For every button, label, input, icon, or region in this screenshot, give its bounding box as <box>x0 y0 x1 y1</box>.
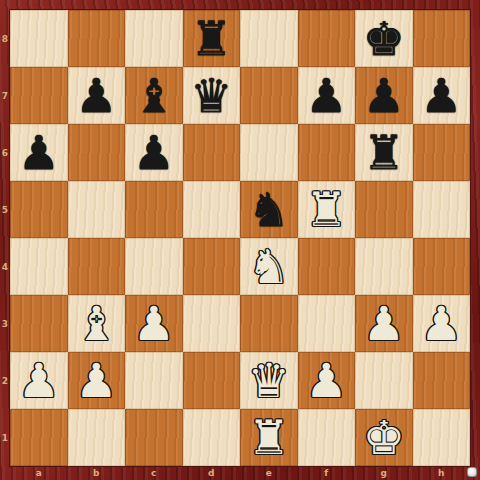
square-h4[interactable] <box>413 238 471 295</box>
piece-white-pawn-h3[interactable]: ♟ <box>413 295 471 352</box>
square-b1[interactable] <box>68 409 126 466</box>
square-g1[interactable]: ♚ <box>355 409 413 466</box>
square-h2[interactable] <box>413 352 471 409</box>
piece-white-rook-f5[interactable]: ♜ <box>298 181 356 238</box>
square-d7[interactable]: ♛ <box>183 67 241 124</box>
square-f4[interactable] <box>298 238 356 295</box>
square-b7[interactable]: ♟ <box>68 67 126 124</box>
file-label-d: d <box>183 466 241 480</box>
square-h8[interactable] <box>413 10 471 67</box>
piece-white-pawn-c3[interactable]: ♟ <box>125 295 183 352</box>
square-c2[interactable] <box>125 352 183 409</box>
piece-white-pawn-a2[interactable]: ♟ <box>10 352 68 409</box>
square-e6[interactable] <box>240 124 298 181</box>
piece-black-rook-d8[interactable]: ♜ <box>183 10 241 67</box>
piece-white-rook-e1[interactable]: ♜ <box>240 409 298 466</box>
piece-black-pawn-g7[interactable]: ♟ <box>355 67 413 124</box>
file-label-g: g <box>355 466 413 480</box>
file-label-a: a <box>10 466 68 480</box>
file-label-h: h <box>413 466 471 480</box>
square-c3[interactable]: ♟ <box>125 295 183 352</box>
square-a4[interactable] <box>10 238 68 295</box>
piece-white-pawn-b2[interactable]: ♟ <box>68 352 126 409</box>
square-e8[interactable] <box>240 10 298 67</box>
white-to-move-indicator <box>467 467 477 477</box>
square-h7[interactable]: ♟ <box>413 67 471 124</box>
square-c6[interactable]: ♟ <box>125 124 183 181</box>
square-f6[interactable] <box>298 124 356 181</box>
square-f1[interactable] <box>298 409 356 466</box>
piece-white-king-g1[interactable]: ♚ <box>355 409 413 466</box>
square-f7[interactable]: ♟ <box>298 67 356 124</box>
rank-label-8: 8 <box>0 10 10 67</box>
rank-label-4: 4 <box>0 238 10 295</box>
piece-black-pawn-a6[interactable]: ♟ <box>10 124 68 181</box>
square-c1[interactable] <box>125 409 183 466</box>
square-a3[interactable] <box>10 295 68 352</box>
square-a7[interactable] <box>10 67 68 124</box>
piece-white-pawn-g3[interactable]: ♟ <box>355 295 413 352</box>
square-d8[interactable]: ♜ <box>183 10 241 67</box>
square-a5[interactable] <box>10 181 68 238</box>
piece-black-queen-d7[interactable]: ♛ <box>183 67 241 124</box>
rank-labels: 87654321 <box>0 10 10 466</box>
file-labels: abcdefgh <box>10 466 470 480</box>
square-d3[interactable] <box>183 295 241 352</box>
square-g4[interactable] <box>355 238 413 295</box>
square-e2[interactable]: ♛ <box>240 352 298 409</box>
square-a6[interactable]: ♟ <box>10 124 68 181</box>
square-f2[interactable]: ♟ <box>298 352 356 409</box>
square-h3[interactable]: ♟ <box>413 295 471 352</box>
square-d6[interactable] <box>183 124 241 181</box>
square-d1[interactable] <box>183 409 241 466</box>
square-c5[interactable] <box>125 181 183 238</box>
square-d5[interactable] <box>183 181 241 238</box>
square-h6[interactable] <box>413 124 471 181</box>
square-a1[interactable] <box>10 409 68 466</box>
rank-label-5: 5 <box>0 181 10 238</box>
piece-black-pawn-h7[interactable]: ♟ <box>413 67 471 124</box>
square-g5[interactable] <box>355 181 413 238</box>
square-f3[interactable] <box>298 295 356 352</box>
piece-black-knight-e5[interactable]: ♞ <box>240 181 298 238</box>
piece-black-pawn-b7[interactable]: ♟ <box>68 67 126 124</box>
square-d2[interactable] <box>183 352 241 409</box>
piece-black-pawn-f7[interactable]: ♟ <box>298 67 356 124</box>
piece-white-queen-e2[interactable]: ♛ <box>240 352 298 409</box>
piece-black-bishop-c7[interactable]: ♝ <box>125 67 183 124</box>
chess-board-frame: 87654321 abcdefgh ♜♚♟♝♛♟♟♟♟♟♜♞♜♞♝♟♟♟♟♟♛♟… <box>0 0 480 480</box>
rank-label-7: 7 <box>0 67 10 124</box>
file-label-c: c <box>125 466 183 480</box>
square-c8[interactable] <box>125 10 183 67</box>
square-g3[interactable]: ♟ <box>355 295 413 352</box>
file-label-f: f <box>298 466 356 480</box>
square-c4[interactable] <box>125 238 183 295</box>
square-e1[interactable]: ♜ <box>240 409 298 466</box>
square-b3[interactable]: ♝ <box>68 295 126 352</box>
square-f8[interactable] <box>298 10 356 67</box>
square-d4[interactable] <box>183 238 241 295</box>
square-e4[interactable]: ♞ <box>240 238 298 295</box>
piece-black-rook-g6[interactable]: ♜ <box>355 124 413 181</box>
square-b8[interactable] <box>68 10 126 67</box>
square-e3[interactable] <box>240 295 298 352</box>
rank-label-2: 2 <box>0 352 10 409</box>
piece-black-king-g8[interactable]: ♚ <box>355 10 413 67</box>
square-h5[interactable] <box>413 181 471 238</box>
piece-black-pawn-c6[interactable]: ♟ <box>125 124 183 181</box>
square-b6[interactable] <box>68 124 126 181</box>
rank-label-6: 6 <box>0 124 10 181</box>
piece-white-bishop-b3[interactable]: ♝ <box>68 295 126 352</box>
square-b5[interactable] <box>68 181 126 238</box>
square-g7[interactable]: ♟ <box>355 67 413 124</box>
square-e5[interactable]: ♞ <box>240 181 298 238</box>
square-g2[interactable] <box>355 352 413 409</box>
square-h1[interactable] <box>413 409 471 466</box>
square-e7[interactable] <box>240 67 298 124</box>
rank-label-1: 1 <box>0 409 10 466</box>
square-c7[interactable]: ♝ <box>125 67 183 124</box>
square-g8[interactable]: ♚ <box>355 10 413 67</box>
square-b4[interactable] <box>68 238 126 295</box>
square-g6[interactable]: ♜ <box>355 124 413 181</box>
square-f5[interactable]: ♜ <box>298 181 356 238</box>
board: ♜♚♟♝♛♟♟♟♟♟♜♞♜♞♝♟♟♟♟♟♛♟♜♚ <box>10 10 470 466</box>
file-label-b: b <box>68 466 126 480</box>
square-b2[interactable]: ♟ <box>68 352 126 409</box>
square-a8[interactable] <box>10 10 68 67</box>
file-label-e: e <box>240 466 298 480</box>
piece-white-pawn-f2[interactable]: ♟ <box>298 352 356 409</box>
rank-label-3: 3 <box>0 295 10 352</box>
square-a2[interactable]: ♟ <box>10 352 68 409</box>
piece-white-knight-e4[interactable]: ♞ <box>240 238 298 295</box>
